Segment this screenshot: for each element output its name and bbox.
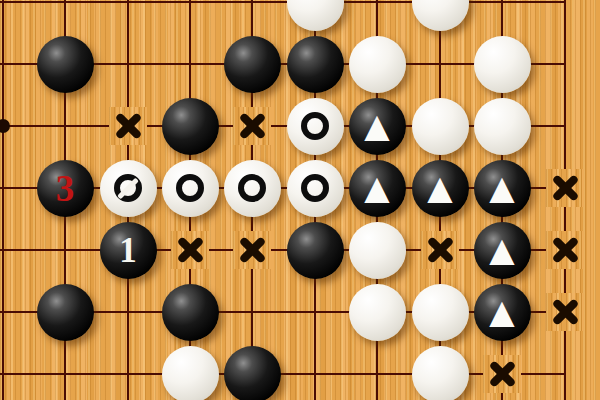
triangle-marker: ▲: [489, 295, 514, 328]
black-stone: [224, 346, 281, 400]
black-stone: [224, 36, 281, 93]
white-stone: [474, 98, 531, 155]
move-number-label: 1: [119, 233, 137, 268]
x-marker[interactable]: [546, 169, 584, 207]
x-marker[interactable]: [483, 355, 521, 393]
black-stone: [37, 284, 94, 341]
black-stone: ▲: [349, 98, 406, 155]
black-stone: [37, 36, 94, 93]
x-marker[interactable]: [233, 107, 271, 145]
x-marker[interactable]: [546, 293, 584, 331]
white-stone: [100, 160, 157, 217]
x-marker[interactable]: [109, 107, 147, 145]
hoshi-point: [0, 119, 10, 133]
circle-marker: [238, 174, 266, 202]
x-marker[interactable]: [233, 231, 271, 269]
black-stone: ▲: [474, 222, 531, 279]
white-stone: [224, 160, 281, 217]
triangle-marker: ▲: [427, 171, 452, 204]
black-stone: [162, 284, 219, 341]
triangle-marker: ▲: [489, 171, 514, 204]
black-stone: ▲: [349, 160, 406, 217]
grid-line-horizontal: [0, 1, 566, 3]
x-marker[interactable]: [546, 231, 584, 269]
go-board[interactable]: ▲3▲▲▲1▲▲: [0, 0, 600, 400]
slashed-circle-marker: [114, 174, 142, 202]
black-stone: ▲: [412, 160, 469, 217]
grid-line-vertical: [2, 0, 4, 400]
black-stone: [287, 222, 344, 279]
black-stone: 1: [100, 222, 157, 279]
triangle-marker: ▲: [364, 171, 389, 204]
grid-line-horizontal: [0, 373, 566, 375]
black-stone: 3: [37, 160, 94, 217]
black-stone: ▲: [474, 160, 531, 217]
white-stone: [287, 160, 344, 217]
white-stone: [349, 284, 406, 341]
move-number-label: 3: [56, 170, 75, 207]
white-stone: [287, 0, 344, 31]
black-stone: [162, 98, 219, 155]
black-stone: [287, 36, 344, 93]
white-stone: [162, 346, 219, 400]
black-stone: ▲: [474, 284, 531, 341]
x-marker[interactable]: [171, 231, 209, 269]
white-stone: [412, 98, 469, 155]
triangle-marker: ▲: [489, 233, 514, 266]
circle-marker: [301, 112, 329, 140]
white-stone: [287, 98, 344, 155]
white-stone: [474, 36, 531, 93]
white-stone: [349, 36, 406, 93]
white-stone: [349, 222, 406, 279]
circle-marker: [176, 174, 204, 202]
white-stone: [162, 160, 219, 217]
white-stone: [412, 0, 469, 31]
white-stone: [412, 284, 469, 341]
x-marker[interactable]: [421, 231, 459, 269]
circle-marker: [301, 174, 329, 202]
white-stone: [412, 346, 469, 400]
triangle-marker: ▲: [364, 109, 389, 142]
